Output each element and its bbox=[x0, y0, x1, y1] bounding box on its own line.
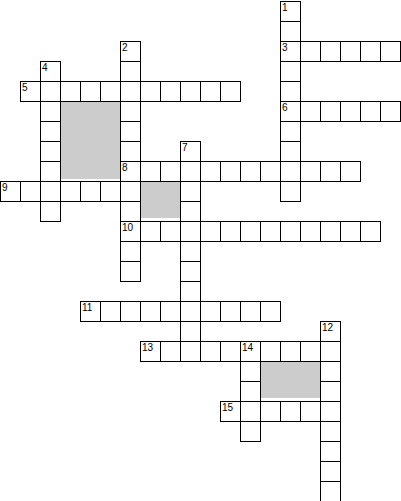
crossword-board: 136281045791112131415 bbox=[0, 0, 401, 501]
crossword-cell[interactable] bbox=[160, 81, 181, 102]
crossword-cell[interactable] bbox=[300, 41, 321, 62]
crossword-cell[interactable] bbox=[340, 161, 361, 182]
crossword-cell[interactable] bbox=[320, 381, 341, 402]
crossword-cell[interactable] bbox=[40, 141, 61, 162]
crossword-cell[interactable] bbox=[100, 81, 121, 102]
crossword-cell[interactable] bbox=[280, 121, 301, 142]
clue-number: 6 bbox=[282, 102, 288, 113]
crossword-cell[interactable] bbox=[240, 401, 261, 422]
crossword-cell[interactable] bbox=[120, 121, 141, 142]
crossword-cell[interactable] bbox=[320, 161, 341, 182]
crossword-cell[interactable] bbox=[240, 361, 261, 382]
crossword-cell[interactable] bbox=[220, 301, 241, 322]
crossword-cell[interactable] bbox=[100, 301, 121, 322]
crossword-cell[interactable] bbox=[180, 301, 201, 322]
crossword-cell[interactable] bbox=[300, 341, 321, 362]
crossword-cell[interactable] bbox=[280, 181, 301, 202]
crossword-cell[interactable] bbox=[280, 401, 301, 422]
crossword-cell[interactable] bbox=[380, 41, 401, 62]
clue-number: 12 bbox=[322, 322, 333, 333]
crossword-cell[interactable] bbox=[140, 81, 161, 102]
crossword-cell[interactable] bbox=[300, 101, 321, 122]
crossword-cell[interactable] bbox=[320, 481, 341, 501]
crossword-cell[interactable] bbox=[60, 181, 81, 202]
crossword-cell[interactable]: 4 bbox=[40, 61, 61, 82]
crossword-cell[interactable] bbox=[120, 181, 141, 202]
crossword-cell[interactable] bbox=[260, 161, 281, 182]
clue-number: 14 bbox=[242, 342, 253, 353]
crossword-cell[interactable] bbox=[300, 161, 321, 182]
crossword-cell[interactable] bbox=[180, 81, 201, 102]
crossword-cell[interactable] bbox=[180, 201, 201, 222]
crossword-cell[interactable] bbox=[260, 341, 281, 362]
crossword-cell[interactable] bbox=[220, 221, 241, 242]
crossword-cell[interactable]: 1 bbox=[280, 1, 301, 22]
crossword-cell[interactable] bbox=[60, 81, 81, 102]
crossword-cell[interactable] bbox=[340, 221, 361, 242]
crossword-cell[interactable] bbox=[320, 461, 341, 482]
crossword-cell[interactable] bbox=[320, 221, 341, 242]
crossword-cell[interactable] bbox=[360, 41, 381, 62]
crossword-cell[interactable] bbox=[180, 281, 201, 302]
crossword-cell[interactable] bbox=[280, 141, 301, 162]
crossword-cell[interactable] bbox=[100, 181, 121, 202]
clue-number: 1 bbox=[282, 2, 288, 13]
crossword-cell[interactable] bbox=[200, 301, 221, 322]
crossword-cell[interactable]: 7 bbox=[180, 141, 201, 162]
crossword-cell[interactable]: 8 bbox=[120, 161, 141, 182]
crossword-cell[interactable] bbox=[120, 241, 141, 262]
clue-number: 10 bbox=[122, 222, 133, 233]
crossword-cell[interactable] bbox=[240, 161, 261, 182]
crossword-cell[interactable] bbox=[120, 201, 141, 222]
crossword-cell[interactable]: 2 bbox=[120, 41, 141, 62]
crossword-cell[interactable] bbox=[40, 121, 61, 142]
crossword-cell[interactable] bbox=[260, 221, 281, 242]
clue-number: 8 bbox=[122, 162, 128, 173]
crossword-cell[interactable] bbox=[40, 101, 61, 122]
crossword-cell[interactable] bbox=[240, 381, 261, 402]
crossword-cell[interactable] bbox=[260, 401, 281, 422]
crossword-cell[interactable]: 13 bbox=[140, 341, 161, 362]
crossword-cell[interactable] bbox=[320, 421, 341, 442]
crossword-cell[interactable] bbox=[200, 341, 221, 362]
crossword-cell[interactable] bbox=[20, 181, 41, 202]
crossword-cell[interactable] bbox=[320, 401, 341, 422]
crossword-cell[interactable]: 15 bbox=[220, 401, 241, 422]
crossword-cell[interactable] bbox=[40, 81, 61, 102]
clue-number: 15 bbox=[222, 402, 233, 413]
crossword-cell[interactable] bbox=[220, 81, 241, 102]
crossword-cell[interactable] bbox=[120, 141, 141, 162]
crossword-cell[interactable] bbox=[80, 181, 101, 202]
crossword-cell[interactable] bbox=[180, 341, 201, 362]
crossword-cell[interactable] bbox=[220, 341, 241, 362]
crossword-cell[interactable]: 6 bbox=[280, 101, 301, 122]
crossword-cell[interactable] bbox=[80, 81, 101, 102]
crossword-cell[interactable] bbox=[40, 201, 61, 222]
crossword-cell[interactable] bbox=[140, 221, 161, 242]
crossword-cell[interactable] bbox=[320, 341, 341, 362]
crossword-cell[interactable]: 11 bbox=[80, 301, 101, 322]
crossword-cell[interactable] bbox=[280, 81, 301, 102]
crossword-cell[interactable]: 3 bbox=[280, 41, 301, 62]
crossword-cell[interactable] bbox=[280, 21, 301, 42]
picture-clue-placeholder bbox=[141, 181, 181, 218]
crossword-cell[interactable] bbox=[300, 221, 321, 242]
crossword-cell[interactable] bbox=[240, 421, 261, 442]
crossword-cell[interactable]: 14 bbox=[240, 341, 261, 362]
crossword-cell[interactable] bbox=[220, 161, 241, 182]
crossword-cell[interactable] bbox=[160, 221, 181, 242]
crossword-cell[interactable] bbox=[200, 81, 221, 102]
crossword-cell[interactable]: 9 bbox=[0, 181, 21, 202]
clue-number: 3 bbox=[282, 42, 288, 53]
crossword-cell[interactable] bbox=[340, 41, 361, 62]
crossword-cell[interactable] bbox=[160, 301, 181, 322]
crossword-cell[interactable] bbox=[280, 61, 301, 82]
crossword-cell[interactable] bbox=[200, 161, 221, 182]
crossword-cell[interactable] bbox=[120, 261, 141, 282]
crossword-cell[interactable] bbox=[180, 261, 201, 282]
clue-number: 5 bbox=[22, 82, 28, 93]
clue-number: 7 bbox=[182, 142, 188, 153]
crossword-cell[interactable] bbox=[320, 441, 341, 462]
crossword-cell[interactable] bbox=[120, 101, 141, 122]
crossword-cell[interactable] bbox=[300, 401, 321, 422]
crossword-cell[interactable] bbox=[180, 181, 201, 202]
crossword-cell[interactable] bbox=[200, 221, 221, 242]
crossword-cell[interactable] bbox=[380, 101, 401, 122]
crossword-cell[interactable] bbox=[120, 301, 141, 322]
crossword-cell[interactable] bbox=[180, 241, 201, 262]
clue-number: 4 bbox=[42, 62, 48, 73]
crossword-cell[interactable] bbox=[180, 161, 201, 182]
crossword-cell[interactable] bbox=[280, 341, 301, 362]
crossword-cell[interactable] bbox=[260, 301, 281, 322]
crossword-cell[interactable] bbox=[280, 221, 301, 242]
crossword-cell[interactable] bbox=[40, 181, 61, 202]
crossword-cell[interactable] bbox=[160, 341, 181, 362]
picture-clue-placeholder bbox=[61, 101, 121, 179]
clue-number: 2 bbox=[122, 42, 128, 53]
crossword-cell[interactable] bbox=[240, 221, 261, 242]
crossword-cell[interactable] bbox=[140, 161, 161, 182]
crossword-cell[interactable] bbox=[160, 161, 181, 182]
crossword-cell[interactable]: 10 bbox=[120, 221, 141, 242]
crossword-cell[interactable] bbox=[320, 41, 341, 62]
crossword-cell[interactable] bbox=[40, 161, 61, 182]
crossword-cell[interactable] bbox=[140, 301, 161, 322]
crossword-cell[interactable] bbox=[180, 321, 201, 342]
crossword-cell[interactable] bbox=[340, 101, 361, 122]
clue-number: 13 bbox=[142, 342, 153, 353]
crossword-cell[interactable]: 12 bbox=[320, 321, 341, 342]
crossword-cell[interactable] bbox=[240, 301, 261, 322]
crossword-cell[interactable] bbox=[180, 221, 201, 242]
picture-clue-placeholder bbox=[261, 361, 320, 398]
crossword-cell[interactable] bbox=[280, 161, 301, 182]
crossword-cell[interactable]: 5 bbox=[20, 81, 41, 102]
crossword-cell[interactable] bbox=[320, 361, 341, 382]
crossword-cell[interactable] bbox=[120, 81, 141, 102]
clue-number: 11 bbox=[82, 302, 92, 313]
crossword-cell[interactable] bbox=[320, 101, 341, 122]
crossword-cell[interactable] bbox=[120, 61, 141, 82]
crossword-cell[interactable] bbox=[360, 101, 381, 122]
clue-number: 9 bbox=[2, 182, 8, 193]
crossword-cell[interactable] bbox=[360, 221, 381, 242]
